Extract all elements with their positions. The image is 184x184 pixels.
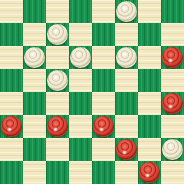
checkers-board bbox=[0, 0, 184, 184]
dark-square-11[interactable] bbox=[115, 46, 138, 69]
light-square-r3c3 bbox=[69, 69, 92, 92]
dark-square-13[interactable] bbox=[0, 69, 23, 92]
light-square-r7c5 bbox=[115, 161, 138, 184]
white-man-piece[interactable] bbox=[162, 139, 183, 160]
dark-square-15[interactable] bbox=[92, 69, 115, 92]
red-man-piece[interactable] bbox=[93, 116, 114, 137]
red-man-piece[interactable] bbox=[162, 47, 183, 68]
dark-square-19[interactable] bbox=[115, 92, 138, 115]
white-man-piece[interactable] bbox=[47, 70, 68, 91]
light-square-r5c1 bbox=[23, 115, 46, 138]
light-square-r7c7 bbox=[161, 161, 184, 184]
light-square-r4c4 bbox=[92, 92, 115, 115]
dark-square-9[interactable] bbox=[23, 46, 46, 69]
white-man-piece[interactable] bbox=[47, 24, 68, 45]
light-square-r5c3 bbox=[69, 115, 92, 138]
light-square-r2c0 bbox=[0, 46, 23, 69]
dark-square-12[interactable] bbox=[161, 46, 184, 69]
dark-square-6[interactable] bbox=[46, 23, 69, 46]
light-square-r0c4 bbox=[92, 0, 115, 23]
dark-square-27[interactable] bbox=[115, 138, 138, 161]
dark-square-25[interactable] bbox=[23, 138, 46, 161]
light-square-r6c2 bbox=[46, 138, 69, 161]
light-square-r0c6 bbox=[138, 0, 161, 23]
white-man-piece[interactable] bbox=[116, 47, 137, 68]
dark-square-28[interactable] bbox=[161, 138, 184, 161]
dark-square-31[interactable] bbox=[92, 161, 115, 184]
light-square-r4c2 bbox=[46, 92, 69, 115]
light-square-r3c1 bbox=[23, 69, 46, 92]
dark-square-22[interactable] bbox=[46, 115, 69, 138]
light-square-r3c7 bbox=[161, 69, 184, 92]
dark-square-24[interactable] bbox=[138, 115, 161, 138]
dark-square-16[interactable] bbox=[138, 69, 161, 92]
dark-square-10[interactable] bbox=[69, 46, 92, 69]
light-square-r1c1 bbox=[23, 23, 46, 46]
light-square-r6c0 bbox=[0, 138, 23, 161]
dark-square-5[interactable] bbox=[0, 23, 23, 46]
dark-square-3[interactable] bbox=[115, 0, 138, 23]
dark-square-26[interactable] bbox=[69, 138, 92, 161]
red-man-piece[interactable] bbox=[139, 162, 160, 183]
light-square-r2c6 bbox=[138, 46, 161, 69]
light-square-r7c3 bbox=[69, 161, 92, 184]
light-square-r5c7 bbox=[161, 115, 184, 138]
white-man-piece[interactable] bbox=[116, 1, 137, 22]
red-man-piece[interactable] bbox=[116, 139, 137, 160]
dark-square-30[interactable] bbox=[46, 161, 69, 184]
light-square-r6c4 bbox=[92, 138, 115, 161]
light-square-r4c6 bbox=[138, 92, 161, 115]
white-man-piece[interactable] bbox=[24, 47, 45, 68]
light-square-r2c2 bbox=[46, 46, 69, 69]
dark-square-14[interactable] bbox=[46, 69, 69, 92]
dark-square-7[interactable] bbox=[92, 23, 115, 46]
dark-square-8[interactable] bbox=[138, 23, 161, 46]
dark-square-18[interactable] bbox=[69, 92, 92, 115]
red-man-piece[interactable] bbox=[47, 116, 68, 137]
dark-square-21[interactable] bbox=[0, 115, 23, 138]
dark-square-4[interactable] bbox=[161, 0, 184, 23]
light-square-r6c6 bbox=[138, 138, 161, 161]
dark-square-2[interactable] bbox=[69, 0, 92, 23]
light-square-r1c7 bbox=[161, 23, 184, 46]
light-square-r1c5 bbox=[115, 23, 138, 46]
light-square-r4c0 bbox=[0, 92, 23, 115]
red-man-piece[interactable] bbox=[1, 116, 22, 137]
dark-square-23[interactable] bbox=[92, 115, 115, 138]
light-square-r7c1 bbox=[23, 161, 46, 184]
light-square-r3c5 bbox=[115, 69, 138, 92]
dark-square-1[interactable] bbox=[23, 0, 46, 23]
light-square-r5c5 bbox=[115, 115, 138, 138]
light-square-r0c2 bbox=[46, 0, 69, 23]
red-man-piece[interactable] bbox=[162, 93, 183, 114]
light-square-r0c0 bbox=[0, 0, 23, 23]
dark-square-29[interactable] bbox=[0, 161, 23, 184]
white-man-piece[interactable] bbox=[70, 47, 91, 68]
dark-square-20[interactable] bbox=[161, 92, 184, 115]
light-square-r2c4 bbox=[92, 46, 115, 69]
light-square-r1c3 bbox=[69, 23, 92, 46]
dark-square-17[interactable] bbox=[23, 92, 46, 115]
dark-square-32[interactable] bbox=[138, 161, 161, 184]
